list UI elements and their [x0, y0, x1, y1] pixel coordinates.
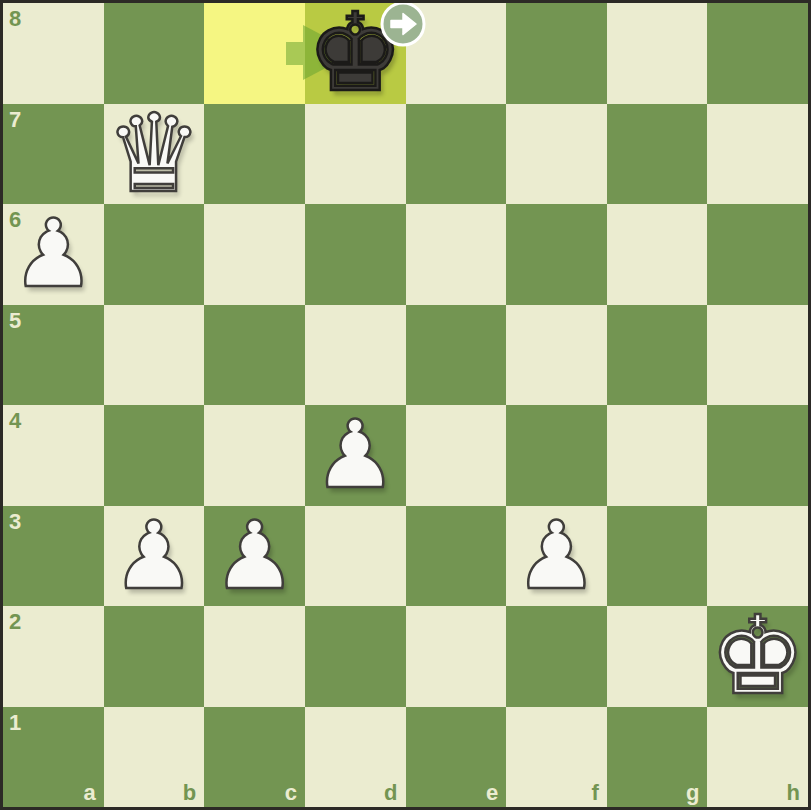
square-h5[interactable] — [707, 305, 808, 406]
chess-board-window: 8♚7♛6♟54♟3♟♟♟2♚1abcdefgh — [0, 0, 811, 810]
square-a6[interactable]: 6♟ — [3, 204, 104, 305]
square-b8[interactable] — [104, 3, 205, 104]
square-e1[interactable]: e — [406, 707, 507, 808]
square-d1[interactable]: d — [305, 707, 406, 808]
file-label-g: g — [686, 782, 699, 804]
square-g5[interactable] — [607, 305, 708, 406]
square-g1[interactable]: g — [607, 707, 708, 808]
arrow-right-icon — [380, 1, 426, 47]
rank-label-8: 8 — [9, 8, 21, 30]
square-b6[interactable] — [104, 204, 205, 305]
file-label-e: e — [486, 782, 498, 804]
piece-white-pawn-f3[interactable]: ♟ — [506, 506, 607, 607]
rank-label-1: 1 — [9, 712, 21, 734]
square-b7[interactable]: ♛ — [104, 104, 205, 205]
square-h2[interactable]: ♚ — [707, 606, 808, 707]
square-c3[interactable]: ♟ — [204, 506, 305, 607]
piece-white-queen-b7[interactable]: ♛ — [104, 104, 205, 205]
square-e4[interactable] — [406, 405, 507, 506]
square-e2[interactable] — [406, 606, 507, 707]
square-c8[interactable] — [204, 3, 305, 104]
piece-white-pawn-b3[interactable]: ♟ — [104, 506, 205, 607]
square-c2[interactable] — [204, 606, 305, 707]
piece-white-king-h2[interactable]: ♚ — [707, 606, 808, 707]
square-h4[interactable] — [707, 405, 808, 506]
square-f3[interactable]: ♟ — [506, 506, 607, 607]
rank-label-7: 7 — [9, 109, 21, 131]
rank-label-3: 3 — [9, 511, 21, 533]
square-g2[interactable] — [607, 606, 708, 707]
rank-label-2: 2 — [9, 611, 21, 633]
board: 8♚7♛6♟54♟3♟♟♟2♚1abcdefgh — [3, 3, 808, 807]
square-d5[interactable] — [305, 305, 406, 406]
square-h3[interactable] — [707, 506, 808, 607]
square-b4[interactable] — [104, 405, 205, 506]
square-e7[interactable] — [406, 104, 507, 205]
square-d4[interactable]: ♟ — [305, 405, 406, 506]
square-d3[interactable] — [305, 506, 406, 607]
file-label-h: h — [787, 782, 800, 804]
square-a7[interactable]: 7 — [3, 104, 104, 205]
square-c5[interactable] — [204, 305, 305, 406]
file-label-f: f — [591, 782, 598, 804]
square-a3[interactable]: 3 — [3, 506, 104, 607]
square-f5[interactable] — [506, 305, 607, 406]
square-g4[interactable] — [607, 405, 708, 506]
piece-white-pawn-a6[interactable]: ♟ — [3, 204, 104, 305]
square-h6[interactable] — [707, 204, 808, 305]
square-c6[interactable] — [204, 204, 305, 305]
piece-white-pawn-d4[interactable]: ♟ — [305, 405, 406, 506]
square-a8[interactable]: 8 — [3, 3, 104, 104]
square-a2[interactable]: 2 — [3, 606, 104, 707]
square-e5[interactable] — [406, 305, 507, 406]
file-label-c: c — [285, 782, 297, 804]
square-f6[interactable] — [506, 204, 607, 305]
square-b3[interactable]: ♟ — [104, 506, 205, 607]
square-h8[interactable] — [707, 3, 808, 104]
square-f1[interactable]: f — [506, 707, 607, 808]
square-b2[interactable] — [104, 606, 205, 707]
square-b1[interactable]: b — [104, 707, 205, 808]
square-g6[interactable] — [607, 204, 708, 305]
square-g8[interactable] — [607, 3, 708, 104]
file-label-b: b — [183, 782, 196, 804]
square-h1[interactable]: h — [707, 707, 808, 808]
square-h7[interactable] — [707, 104, 808, 205]
square-g3[interactable] — [607, 506, 708, 607]
piece-white-pawn-c3[interactable]: ♟ — [204, 506, 305, 607]
square-f2[interactable] — [506, 606, 607, 707]
square-f4[interactable] — [506, 405, 607, 506]
next-move-badge[interactable] — [380, 1, 426, 47]
square-e6[interactable] — [406, 204, 507, 305]
file-label-d: d — [384, 782, 397, 804]
square-b5[interactable] — [104, 305, 205, 406]
square-d6[interactable] — [305, 204, 406, 305]
rank-label-5: 5 — [9, 310, 21, 332]
square-g7[interactable] — [607, 104, 708, 205]
square-d7[interactable] — [305, 104, 406, 205]
square-c4[interactable] — [204, 405, 305, 506]
square-a1[interactable]: 1a — [3, 707, 104, 808]
square-d2[interactable] — [305, 606, 406, 707]
square-f8[interactable] — [506, 3, 607, 104]
rank-label-4: 4 — [9, 410, 21, 432]
square-a4[interactable]: 4 — [3, 405, 104, 506]
square-e3[interactable] — [406, 506, 507, 607]
square-a5[interactable]: 5 — [3, 305, 104, 406]
square-f7[interactable] — [506, 104, 607, 205]
square-c7[interactable] — [204, 104, 305, 205]
file-label-a: a — [83, 782, 95, 804]
square-c1[interactable]: c — [204, 707, 305, 808]
